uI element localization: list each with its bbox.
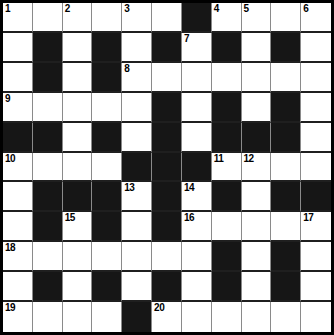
- cell-r10-c9[interactable]: [271, 302, 301, 332]
- cell-r8-c6[interactable]: [182, 242, 212, 272]
- cell-r10-c3[interactable]: [92, 302, 122, 332]
- cell-r8-c2[interactable]: [63, 242, 93, 272]
- block-cell-r0-c6: [182, 3, 212, 33]
- cell-r4-c4[interactable]: [122, 123, 152, 153]
- cell-r3-c1[interactable]: [33, 93, 63, 123]
- block-cell-r8-c7: [212, 242, 242, 272]
- block-cell-r5-c5: [152, 153, 182, 183]
- block-cell-r6-c2: [63, 182, 93, 212]
- cell-r2-c10[interactable]: [301, 63, 331, 93]
- clue-number-19: 19: [5, 302, 15, 313]
- cell-r7-c6[interactable]: 16: [182, 212, 212, 242]
- cell-r0-c5[interactable]: [152, 3, 182, 33]
- cell-r7-c7[interactable]: [212, 212, 242, 242]
- cell-r4-c6[interactable]: [182, 123, 212, 153]
- clue-number-15: 15: [65, 212, 75, 223]
- block-cell-r8-c9: [271, 242, 301, 272]
- cell-r1-c4[interactable]: [122, 33, 152, 63]
- cell-r3-c0[interactable]: 9: [3, 93, 33, 123]
- block-cell-r1-c5: [152, 33, 182, 63]
- cell-r8-c3[interactable]: [92, 242, 122, 272]
- clue-number-16: 16: [184, 212, 194, 223]
- cell-r1-c0[interactable]: [3, 33, 33, 63]
- clue-number-9: 9: [5, 93, 10, 104]
- cell-r7-c0[interactable]: [3, 212, 33, 242]
- cell-r9-c8[interactable]: [242, 272, 272, 302]
- cell-r5-c1[interactable]: [33, 153, 63, 183]
- cell-r2-c5[interactable]: [152, 63, 182, 93]
- cell-r2-c9[interactable]: [271, 63, 301, 93]
- cell-r9-c0[interactable]: [3, 272, 33, 302]
- cell-r10-c5[interactable]: 20: [152, 302, 182, 332]
- clue-number-4: 4: [214, 3, 219, 14]
- block-cell-r6-c1: [33, 182, 63, 212]
- cell-r0-c8[interactable]: 5: [242, 3, 272, 33]
- block-cell-r1-c7: [212, 33, 242, 63]
- clue-number-17: 17: [303, 212, 313, 223]
- cell-r8-c8[interactable]: [242, 242, 272, 272]
- cell-r8-c10[interactable]: [301, 242, 331, 272]
- cell-r4-c10[interactable]: [301, 123, 331, 153]
- block-cell-r5-c6: [182, 153, 212, 183]
- cell-r7-c8[interactable]: [242, 212, 272, 242]
- cell-r8-c0[interactable]: 18: [3, 242, 33, 272]
- cell-r7-c2[interactable]: 15: [63, 212, 93, 242]
- cell-r3-c8[interactable]: [242, 93, 272, 123]
- clue-number-18: 18: [5, 242, 15, 253]
- block-cell-r3-c5: [152, 93, 182, 123]
- cell-r10-c10[interactable]: [301, 302, 331, 332]
- block-cell-r1-c3: [92, 33, 122, 63]
- block-cell-r4-c0: [3, 123, 33, 153]
- cell-r6-c4[interactable]: 13: [122, 182, 152, 212]
- cell-r8-c4[interactable]: [122, 242, 152, 272]
- cell-r6-c6[interactable]: 14: [182, 182, 212, 212]
- cell-r0-c10[interactable]: 6: [301, 3, 331, 33]
- cell-r5-c0[interactable]: 10: [3, 153, 33, 183]
- cell-r7-c4[interactable]: [122, 212, 152, 242]
- clue-number-6: 6: [303, 3, 308, 14]
- block-cell-r10-c4: [122, 302, 152, 332]
- block-cell-r6-c5: [152, 182, 182, 212]
- cell-r9-c10[interactable]: [301, 272, 331, 302]
- block-cell-r6-c9: [271, 182, 301, 212]
- cell-r7-c10[interactable]: 17: [301, 212, 331, 242]
- crossword-grid: 1234567891011121314151617181920: [0, 0, 334, 335]
- clue-number-3: 3: [124, 3, 129, 14]
- cell-r3-c3[interactable]: [92, 93, 122, 123]
- block-cell-r3-c9: [271, 93, 301, 123]
- cell-r0-c7[interactable]: 4: [212, 3, 242, 33]
- block-cell-r4-c9: [271, 123, 301, 153]
- cell-r2-c2[interactable]: [63, 63, 93, 93]
- cell-r8-c1[interactable]: [33, 242, 63, 272]
- cell-r2-c6[interactable]: [182, 63, 212, 93]
- cell-r6-c0[interactable]: [3, 182, 33, 212]
- cell-r1-c8[interactable]: [242, 33, 272, 63]
- cell-r0-c3[interactable]: [92, 3, 122, 33]
- cell-r9-c6[interactable]: [182, 272, 212, 302]
- cell-r0-c4[interactable]: 3: [122, 3, 152, 33]
- cell-r5-c2[interactable]: [63, 153, 93, 183]
- block-cell-r4-c5: [152, 123, 182, 153]
- cell-r10-c7[interactable]: [212, 302, 242, 332]
- cell-r9-c2[interactable]: [63, 272, 93, 302]
- cell-r2-c8[interactable]: [242, 63, 272, 93]
- cell-r5-c7[interactable]: 11: [212, 153, 242, 183]
- clue-number-20: 20: [154, 302, 164, 313]
- clue-number-1: 1: [5, 3, 10, 14]
- cell-r1-c6[interactable]: 7: [182, 33, 212, 63]
- clue-number-2: 2: [65, 3, 70, 14]
- block-cell-r9-c1: [33, 272, 63, 302]
- cell-r4-c2[interactable]: [63, 123, 93, 153]
- block-cell-r7-c5: [152, 212, 182, 242]
- block-cell-r2-c1: [33, 63, 63, 93]
- block-cell-r1-c1: [33, 33, 63, 63]
- cell-r10-c1[interactable]: [33, 302, 63, 332]
- block-cell-r9-c5: [152, 272, 182, 302]
- cell-r1-c2[interactable]: [63, 33, 93, 63]
- clue-number-5: 5: [244, 3, 249, 14]
- clue-number-14: 14: [184, 182, 194, 193]
- block-cell-r7-c1: [33, 212, 63, 242]
- block-cell-r4-c8: [242, 123, 272, 153]
- block-cell-r7-c3: [92, 212, 122, 242]
- clue-number-11: 11: [214, 153, 224, 164]
- block-cell-r9-c3: [92, 272, 122, 302]
- clue-number-8: 8: [124, 63, 129, 74]
- cell-r0-c9[interactable]: [271, 3, 301, 33]
- block-cell-r9-c9: [271, 272, 301, 302]
- cell-r1-c10[interactable]: [301, 33, 331, 63]
- block-cell-r9-c7: [212, 272, 242, 302]
- block-cell-r5-c4: [122, 153, 152, 183]
- cell-r2-c0[interactable]: [3, 63, 33, 93]
- block-cell-r6-c3: [92, 182, 122, 212]
- cell-r3-c4[interactable]: [122, 93, 152, 123]
- cell-r6-c8[interactable]: [242, 182, 272, 212]
- clue-number-7: 7: [184, 33, 189, 44]
- cell-r5-c8[interactable]: 12: [242, 153, 272, 183]
- cell-r9-c4[interactable]: [122, 272, 152, 302]
- cell-r3-c2[interactable]: [63, 93, 93, 123]
- clue-number-12: 12: [244, 153, 254, 164]
- block-cell-r4-c7: [212, 123, 242, 153]
- cell-r10-c6[interactable]: [182, 302, 212, 332]
- clue-number-10: 10: [5, 153, 15, 164]
- cell-r0-c1[interactable]: [33, 3, 63, 33]
- crossword-puzzle: 1234567891011121314151617181920: [0, 0, 334, 335]
- block-cell-r6-c10: [301, 182, 331, 212]
- block-cell-r2-c3: [92, 63, 122, 93]
- cell-r0-c2[interactable]: 2: [63, 3, 93, 33]
- cell-r10-c2[interactable]: [63, 302, 93, 332]
- clue-number-13: 13: [124, 182, 134, 193]
- block-cell-r4-c1: [33, 123, 63, 153]
- block-cell-r3-c7: [212, 93, 242, 123]
- cell-r5-c9[interactable]: [271, 153, 301, 183]
- cell-r10-c0[interactable]: 19: [3, 302, 33, 332]
- cell-r8-c5[interactable]: [152, 242, 182, 272]
- cell-r7-c9[interactable]: [271, 212, 301, 242]
- cell-r0-c0[interactable]: 1: [3, 3, 33, 33]
- block-cell-r4-c3: [92, 123, 122, 153]
- cell-r5-c3[interactable]: [92, 153, 122, 183]
- cell-r2-c7[interactable]: [212, 63, 242, 93]
- cell-r10-c8[interactable]: [242, 302, 272, 332]
- cell-r3-c6[interactable]: [182, 93, 212, 123]
- cell-r3-c10[interactable]: [301, 93, 331, 123]
- block-cell-r1-c9: [271, 33, 301, 63]
- block-cell-r6-c7: [212, 182, 242, 212]
- cell-r2-c4[interactable]: 8: [122, 63, 152, 93]
- cell-r5-c10[interactable]: [301, 153, 331, 183]
